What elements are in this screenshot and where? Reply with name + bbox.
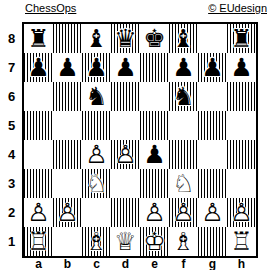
rank-label-7: 7 (3, 53, 20, 82)
piece-white-pawn[interactable]: ♙ (24, 198, 53, 227)
piece-white-bishop[interactable]: ♗ (169, 227, 198, 256)
square-f8[interactable]: ♝ (169, 24, 198, 53)
square-a7[interactable]: ♟ (24, 53, 53, 82)
rank-label-2: 2 (3, 198, 20, 227)
square-f3[interactable]: ♘ (169, 169, 198, 198)
piece-black-pawn[interactable]: ♟ (111, 53, 140, 82)
piece-black-rook[interactable]: ♜ (227, 24, 256, 53)
square-g8[interactable] (198, 24, 227, 53)
square-a5[interactable] (24, 111, 53, 140)
square-f6[interactable]: ♞ (169, 82, 198, 111)
rank-label-8: 8 (3, 24, 20, 53)
rank-label-1: 1 (3, 227, 20, 256)
square-h2[interactable]: ♙ (227, 198, 256, 227)
piece-white-pawn[interactable]: ♙ (82, 140, 111, 169)
piece-black-queen[interactable]: ♛ (111, 24, 140, 53)
square-h6[interactable] (227, 82, 256, 111)
file-label-g: g (198, 258, 227, 270)
square-e2[interactable]: ♙ (140, 198, 169, 227)
rank-label-5: 5 (3, 111, 20, 140)
square-e6[interactable] (140, 82, 169, 111)
square-h3[interactable] (227, 169, 256, 198)
piece-black-king[interactable]: ♚ (140, 24, 169, 53)
square-c8[interactable]: ♝ (82, 24, 111, 53)
file-label-f: f (169, 258, 198, 270)
square-g1[interactable] (198, 227, 227, 256)
credit-text: © EUdesign (208, 2, 267, 14)
piece-black-pawn[interactable]: ♟ (82, 53, 111, 82)
square-h8[interactable]: ♜ (227, 24, 256, 53)
square-b4[interactable] (53, 140, 82, 169)
square-e4[interactable]: ♟ (140, 140, 169, 169)
piece-white-knight[interactable]: ♘ (169, 169, 198, 198)
piece-black-pawn[interactable]: ♟ (140, 140, 169, 169)
piece-white-pawn[interactable]: ♙ (198, 198, 227, 227)
square-d3[interactable] (111, 169, 140, 198)
file-label-b: b (53, 258, 82, 270)
square-g6[interactable] (198, 82, 227, 111)
square-b8[interactable] (53, 24, 82, 53)
square-b3[interactable] (53, 169, 82, 198)
app-title: ChessOps (25, 2, 76, 14)
rank-label-4: 4 (3, 140, 20, 169)
square-d6[interactable] (111, 82, 140, 111)
square-b7[interactable]: ♟ (53, 53, 82, 82)
square-c1[interactable]: ♗ (82, 227, 111, 256)
square-a4[interactable] (24, 140, 53, 169)
square-b5[interactable] (53, 111, 82, 140)
piece-black-pawn[interactable]: ♟ (169, 53, 198, 82)
square-d5[interactable] (111, 111, 140, 140)
square-b1[interactable] (53, 227, 82, 256)
file-label-e: e (140, 258, 169, 270)
piece-white-pawn[interactable]: ♙ (140, 198, 169, 227)
square-g3[interactable] (198, 169, 227, 198)
square-h5[interactable] (227, 111, 256, 140)
rank-label-3: 3 (3, 169, 20, 198)
square-c3[interactable]: ♘ (82, 169, 111, 198)
square-g4[interactable] (198, 140, 227, 169)
square-a3[interactable] (24, 169, 53, 198)
piece-black-pawn[interactable]: ♟ (24, 53, 53, 82)
file-label-d: d (111, 258, 140, 270)
piece-black-bishop[interactable]: ♝ (82, 24, 111, 53)
file-label-a: a (24, 258, 53, 270)
square-g7[interactable]: ♟ (198, 53, 227, 82)
piece-white-pawn[interactable]: ♙ (169, 198, 198, 227)
rank-label-6: 6 (3, 82, 20, 111)
square-c4[interactable]: ♙ (82, 140, 111, 169)
square-h1[interactable]: ♖ (227, 227, 256, 256)
file-label-c: c (82, 258, 111, 270)
square-h4[interactable] (227, 140, 256, 169)
square-c5[interactable] (82, 111, 111, 140)
square-e5[interactable] (140, 111, 169, 140)
square-b6[interactable] (53, 82, 82, 111)
square-d4[interactable]: ♙ (111, 140, 140, 169)
square-g5[interactable] (198, 111, 227, 140)
square-d7[interactable]: ♟ (111, 53, 140, 82)
square-f1[interactable]: ♗ (169, 227, 198, 256)
square-e3[interactable] (140, 169, 169, 198)
square-a8[interactable]: ♜ (24, 24, 53, 53)
square-c2[interactable] (82, 198, 111, 227)
square-e1[interactable]: ♔ (140, 227, 169, 256)
piece-white-pawn[interactable]: ♙ (111, 140, 140, 169)
square-d8[interactable]: ♛ (111, 24, 140, 53)
piece-white-bishop[interactable]: ♗ (82, 227, 111, 256)
chess-board: ♜♝♛♚♝♜♟♟♟♟♟♟♟♞♞♙♙♟♘♘♙♙♙♙♙♙♖♗♕♔♗♖ (22, 22, 258, 258)
piece-white-pawn[interactable]: ♙ (53, 198, 82, 227)
square-b2[interactable]: ♙ (53, 198, 82, 227)
piece-white-rook[interactable]: ♖ (24, 227, 53, 256)
square-f4[interactable] (169, 140, 198, 169)
piece-white-rook[interactable]: ♖ (227, 227, 256, 256)
square-a2[interactable]: ♙ (24, 198, 53, 227)
square-g2[interactable]: ♙ (198, 198, 227, 227)
piece-black-pawn[interactable]: ♟ (53, 53, 82, 82)
piece-black-pawn[interactable]: ♟ (227, 53, 256, 82)
piece-white-king[interactable]: ♔ (140, 227, 169, 256)
piece-black-knight[interactable]: ♞ (169, 82, 198, 111)
square-a1[interactable]: ♖ (24, 227, 53, 256)
square-f7[interactable]: ♟ (169, 53, 198, 82)
square-d2[interactable] (111, 198, 140, 227)
piece-black-bishop[interactable]: ♝ (169, 24, 198, 53)
square-f2[interactable]: ♙ (169, 198, 198, 227)
piece-white-knight[interactable]: ♘ (82, 169, 111, 198)
file-label-h: h (227, 258, 256, 270)
piece-white-pawn[interactable]: ♙ (227, 198, 256, 227)
square-a6[interactable] (24, 82, 53, 111)
square-e7[interactable] (140, 53, 169, 82)
square-d1[interactable]: ♕ (111, 227, 140, 256)
square-e8[interactable]: ♚ (140, 24, 169, 53)
piece-white-queen[interactable]: ♕ (111, 227, 140, 256)
piece-black-pawn[interactable]: ♟ (198, 53, 227, 82)
piece-black-rook[interactable]: ♜ (24, 24, 53, 53)
square-f5[interactable] (169, 111, 198, 140)
piece-black-knight[interactable]: ♞ (82, 82, 111, 111)
square-c6[interactable]: ♞ (82, 82, 111, 111)
square-h7[interactable]: ♟ (227, 53, 256, 82)
square-c7[interactable]: ♟ (82, 53, 111, 82)
